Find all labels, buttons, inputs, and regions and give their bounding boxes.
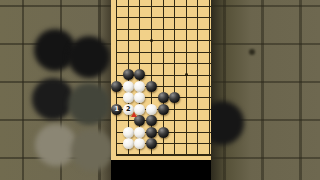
black-stone <box>134 115 145 126</box>
blurred-stone <box>211 101 244 145</box>
move-1-stone: 1 <box>111 104 122 115</box>
white-stone <box>134 138 145 149</box>
grid-hline <box>116 6 211 7</box>
blurred-board-backdrop-left <box>0 0 111 180</box>
black-stone <box>169 92 180 103</box>
bottom-letterbox-bar <box>111 160 211 180</box>
black-stone <box>158 92 169 103</box>
blurred-stone <box>68 83 110 125</box>
grid-hline <box>116 120 211 121</box>
black-stone <box>146 115 157 126</box>
white-stone <box>123 92 134 103</box>
black-stone <box>146 127 157 138</box>
white-stone <box>123 127 134 138</box>
blurred-stone <box>71 129 111 171</box>
black-stone <box>158 127 169 138</box>
black-stone <box>158 104 169 115</box>
grid-hline <box>116 63 211 64</box>
blurred-star-point <box>249 49 255 55</box>
black-stone <box>123 69 134 80</box>
black-stone <box>146 81 157 92</box>
white-stone <box>134 127 145 138</box>
black-stone <box>111 81 122 92</box>
white-stone <box>123 138 134 149</box>
video-frame[interactable]: 12 <box>0 0 320 180</box>
black-stone <box>134 69 145 80</box>
grid-hline <box>116 17 211 18</box>
blurred-stone <box>68 36 110 78</box>
grid-hline <box>116 29 211 30</box>
grid-hline <box>116 52 211 53</box>
white-stone <box>134 92 145 103</box>
white-stone <box>146 104 157 115</box>
grid-hline <box>116 40 211 41</box>
grid-hline <box>116 154 211 155</box>
go-board: 12 <box>111 0 211 160</box>
red-triangle-marker <box>131 112 137 117</box>
blurred-board-backdrop-right <box>211 0 320 180</box>
white-stone <box>123 81 134 92</box>
black-stone <box>146 138 157 149</box>
white-stone <box>134 81 145 92</box>
star-point <box>150 39 153 42</box>
